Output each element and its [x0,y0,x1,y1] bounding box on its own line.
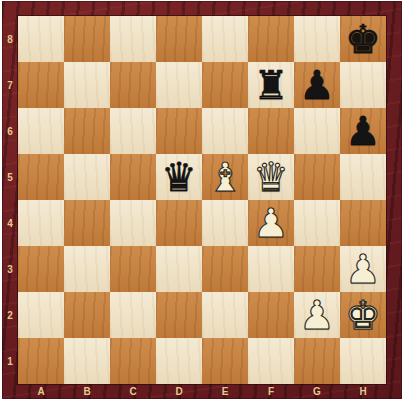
square-h2[interactable]: ♚ [340,292,386,338]
square-a4[interactable] [18,200,64,246]
square-f3[interactable] [248,246,294,292]
file-label-b: B [64,384,110,399]
square-h8[interactable]: ♚ [340,16,386,62]
piece-black-queen[interactable]: ♛ [161,154,197,200]
square-g2[interactable]: ♟ [294,292,340,338]
square-d5[interactable]: ♛ [156,154,202,200]
square-e8[interactable] [202,16,248,62]
square-g4[interactable] [294,200,340,246]
square-c8[interactable] [110,16,156,62]
piece-white-pawn[interactable]: ♟ [299,292,335,338]
rank-label-6: 6 [2,108,18,154]
square-e2[interactable] [202,292,248,338]
square-b1[interactable] [64,338,110,384]
square-c5[interactable] [110,154,156,200]
piece-black-pawn[interactable]: ♟ [345,108,381,154]
piece-white-pawn[interactable]: ♟ [345,246,381,292]
piece-black-rook[interactable]: ♜ [253,62,289,108]
square-f8[interactable] [248,16,294,62]
rank-label-3: 3 [2,246,18,292]
square-h7[interactable] [340,62,386,108]
square-g6[interactable] [294,108,340,154]
file-labels: ABCDEFGH [18,384,386,399]
rank-label-1: 1 [2,338,18,384]
file-label-g: G [294,384,340,399]
file-label-f: F [248,384,294,399]
square-h6[interactable]: ♟ [340,108,386,154]
square-d7[interactable] [156,62,202,108]
piece-white-king[interactable]: ♚ [345,292,381,338]
file-label-c: C [110,384,156,399]
square-c2[interactable] [110,292,156,338]
piece-white-bishop[interactable]: ♝ [207,154,243,200]
square-a2[interactable] [18,292,64,338]
file-label-e: E [202,384,248,399]
rank-label-7: 7 [2,62,18,108]
square-f5[interactable]: ♛ [248,154,294,200]
piece-black-pawn[interactable]: ♟ [299,62,335,108]
square-b7[interactable] [64,62,110,108]
square-e3[interactable] [202,246,248,292]
square-g5[interactable] [294,154,340,200]
square-f4[interactable]: ♟ [248,200,294,246]
square-g3[interactable] [294,246,340,292]
chess-diagram-page: 87654321 ABCDEFGH ♚♜♟♟♛♝♛♟♟♟♚ [0,0,404,401]
square-f2[interactable] [248,292,294,338]
rank-label-2: 2 [2,292,18,338]
square-e7[interactable] [202,62,248,108]
square-b2[interactable] [64,292,110,338]
chess-board: ♚♜♟♟♛♝♛♟♟♟♚ [18,16,386,384]
square-c7[interactable] [110,62,156,108]
square-a7[interactable] [18,62,64,108]
square-h5[interactable] [340,154,386,200]
piece-white-pawn[interactable]: ♟ [253,200,289,246]
square-b3[interactable] [64,246,110,292]
square-c6[interactable] [110,108,156,154]
square-b4[interactable] [64,200,110,246]
square-a1[interactable] [18,338,64,384]
square-g7[interactable]: ♟ [294,62,340,108]
rank-label-4: 4 [2,200,18,246]
rank-label-5: 5 [2,154,18,200]
square-f1[interactable] [248,338,294,384]
square-h1[interactable] [340,338,386,384]
square-c1[interactable] [110,338,156,384]
square-a8[interactable] [18,16,64,62]
square-d8[interactable] [156,16,202,62]
piece-black-king[interactable]: ♚ [345,16,381,62]
file-label-a: A [18,384,64,399]
square-a5[interactable] [18,154,64,200]
square-f6[interactable] [248,108,294,154]
file-label-h: H [340,384,386,399]
square-d2[interactable] [156,292,202,338]
square-d3[interactable] [156,246,202,292]
square-e1[interactable] [202,338,248,384]
square-h4[interactable] [340,200,386,246]
square-f7[interactable]: ♜ [248,62,294,108]
square-e4[interactable] [202,200,248,246]
piece-white-queen[interactable]: ♛ [253,154,289,200]
square-g1[interactable] [294,338,340,384]
square-a6[interactable] [18,108,64,154]
square-b5[interactable] [64,154,110,200]
square-b8[interactable] [64,16,110,62]
chess-board-frame: 87654321 ABCDEFGH ♚♜♟♟♛♝♛♟♟♟♚ [2,1,402,399]
square-c4[interactable] [110,200,156,246]
square-h3[interactable]: ♟ [340,246,386,292]
square-a3[interactable] [18,246,64,292]
square-d4[interactable] [156,200,202,246]
square-c3[interactable] [110,246,156,292]
square-d1[interactable] [156,338,202,384]
square-e5[interactable]: ♝ [202,154,248,200]
file-label-d: D [156,384,202,399]
square-g8[interactable] [294,16,340,62]
square-b6[interactable] [64,108,110,154]
rank-labels: 87654321 [2,16,18,384]
square-d6[interactable] [156,108,202,154]
rank-label-8: 8 [2,16,18,62]
square-e6[interactable] [202,108,248,154]
